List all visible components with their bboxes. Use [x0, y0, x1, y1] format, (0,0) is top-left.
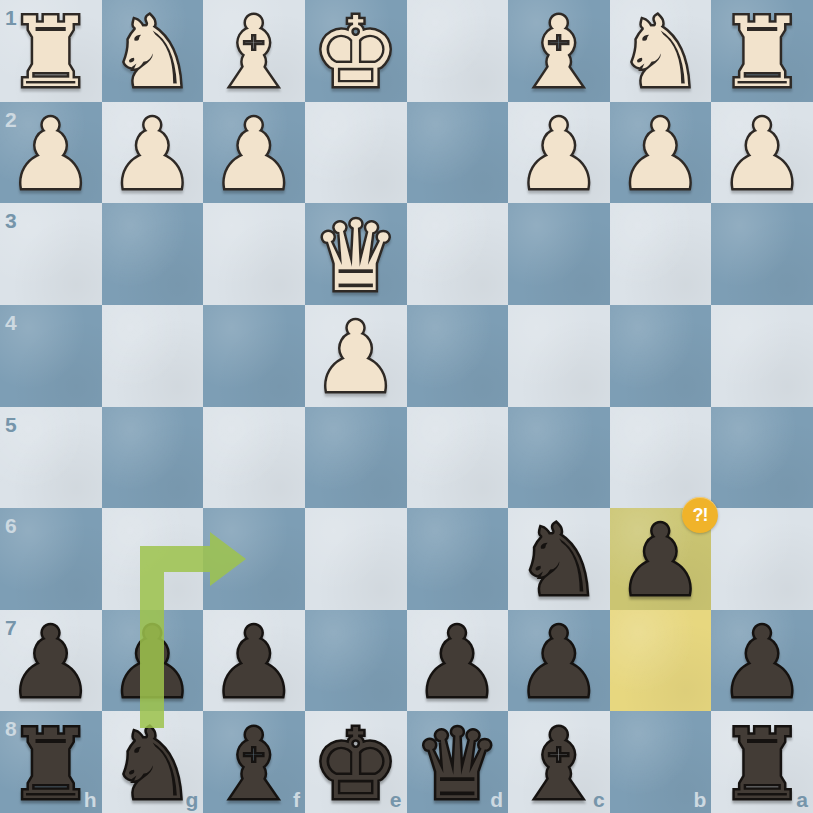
square-a2[interactable]: ♟ — [711, 102, 813, 204]
white-queen[interactable]: ♛ — [312, 204, 399, 305]
move-quality-badge: ?! — [682, 497, 718, 533]
square-e7[interactable] — [305, 610, 407, 712]
square-h5[interactable]: 5 — [0, 407, 102, 509]
white-pawn[interactable]: ♟ — [211, 102, 298, 203]
square-a5[interactable] — [711, 407, 813, 509]
square-g6[interactable] — [102, 508, 204, 610]
black-pawn[interactable]: ♟ — [109, 610, 196, 711]
black-knight[interactable]: ♞ — [515, 508, 602, 609]
black-pawn[interactable]: ♟ — [211, 610, 298, 711]
square-c3[interactable] — [508, 203, 610, 305]
square-a1[interactable]: ♜ — [711, 0, 813, 102]
black-bishop[interactable]: ♝ — [211, 712, 298, 813]
square-e8[interactable]: e♚ — [305, 711, 407, 813]
black-bishop[interactable]: ♝ — [515, 712, 602, 813]
chess-board-screenshot: 1♜♞♝♚♝♞♜2♟♟♟♟♟♟3♛4♟56♞♟7♟♟♟♟♟♟8h♜g♞f♝e♚d… — [0, 0, 813, 813]
chess-board: 1♜♞♝♚♝♞♜2♟♟♟♟♟♟3♛4♟56♞♟7♟♟♟♟♟♟8h♜g♞f♝e♚d… — [0, 0, 813, 813]
square-c8[interactable]: c♝ — [508, 711, 610, 813]
square-h6[interactable]: 6 — [0, 508, 102, 610]
square-g4[interactable] — [102, 305, 204, 407]
square-h3[interactable]: 3 — [0, 203, 102, 305]
black-queen[interactable]: ♛ — [414, 712, 501, 813]
square-c1[interactable]: ♝ — [508, 0, 610, 102]
black-pawn[interactable]: ♟ — [7, 610, 94, 711]
square-a8[interactable]: a♜ — [711, 711, 813, 813]
square-d7[interactable]: ♟ — [407, 610, 509, 712]
square-e6[interactable] — [305, 508, 407, 610]
white-king[interactable]: ♚ — [312, 0, 399, 101]
black-rook[interactable]: ♜ — [7, 712, 94, 813]
white-rook[interactable]: ♜ — [719, 0, 806, 101]
rank-label-5: 5 — [5, 414, 17, 435]
square-h8[interactable]: 8h♜ — [0, 711, 102, 813]
black-pawn[interactable]: ♟ — [414, 610, 501, 711]
square-f8[interactable]: f♝ — [203, 711, 305, 813]
rank-label-3: 3 — [5, 210, 17, 231]
square-b4[interactable] — [610, 305, 712, 407]
square-g5[interactable] — [102, 407, 204, 509]
white-pawn[interactable]: ♟ — [312, 305, 399, 406]
square-f5[interactable] — [203, 407, 305, 509]
square-a3[interactable] — [711, 203, 813, 305]
white-pawn[interactable]: ♟ — [719, 102, 806, 203]
white-pawn[interactable]: ♟ — [515, 102, 602, 203]
square-d3[interactable] — [407, 203, 509, 305]
square-a6[interactable] — [711, 508, 813, 610]
square-b3[interactable] — [610, 203, 712, 305]
square-b5[interactable] — [610, 407, 712, 509]
white-rook[interactable]: ♜ — [7, 0, 94, 101]
square-d1[interactable] — [407, 0, 509, 102]
square-d4[interactable] — [407, 305, 509, 407]
square-h4[interactable]: 4 — [0, 305, 102, 407]
square-d6[interactable] — [407, 508, 509, 610]
square-a4[interactable] — [711, 305, 813, 407]
square-h7[interactable]: 7♟ — [0, 610, 102, 712]
square-g7[interactable]: ♟ — [102, 610, 204, 712]
square-f4[interactable] — [203, 305, 305, 407]
black-pawn[interactable]: ♟ — [515, 610, 602, 711]
square-c7[interactable]: ♟ — [508, 610, 610, 712]
square-d2[interactable] — [407, 102, 509, 204]
square-f2[interactable]: ♟ — [203, 102, 305, 204]
square-e3[interactable]: ♛ — [305, 203, 407, 305]
square-c4[interactable] — [508, 305, 610, 407]
square-f6[interactable] — [203, 508, 305, 610]
white-pawn[interactable]: ♟ — [617, 102, 704, 203]
rank-label-4: 4 — [5, 312, 17, 333]
file-label-b: b — [694, 789, 707, 810]
black-king[interactable]: ♚ — [312, 712, 399, 813]
square-b7[interactable] — [610, 610, 712, 712]
square-c6[interactable]: ♞ — [508, 508, 610, 610]
white-knight[interactable]: ♞ — [109, 0, 196, 101]
square-f3[interactable] — [203, 203, 305, 305]
square-h1[interactable]: 1♜ — [0, 0, 102, 102]
square-d5[interactable] — [407, 407, 509, 509]
square-b2[interactable]: ♟ — [610, 102, 712, 204]
square-e2[interactable] — [305, 102, 407, 204]
square-h2[interactable]: 2♟ — [0, 102, 102, 204]
square-e5[interactable] — [305, 407, 407, 509]
black-rook[interactable]: ♜ — [719, 712, 806, 813]
square-g1[interactable]: ♞ — [102, 0, 204, 102]
square-g2[interactable]: ♟ — [102, 102, 204, 204]
rank-label-6: 6 — [5, 515, 17, 536]
square-g8[interactable]: g♞ — [102, 711, 204, 813]
white-bishop[interactable]: ♝ — [515, 0, 602, 101]
square-b1[interactable]: ♞ — [610, 0, 712, 102]
square-a7[interactable]: ♟ — [711, 610, 813, 712]
square-b8[interactable]: b — [610, 711, 712, 813]
square-c2[interactable]: ♟ — [508, 102, 610, 204]
white-bishop[interactable]: ♝ — [211, 0, 298, 101]
square-g3[interactable] — [102, 203, 204, 305]
black-knight[interactable]: ♞ — [109, 712, 196, 813]
square-f1[interactable]: ♝ — [203, 0, 305, 102]
square-d8[interactable]: d♛ — [407, 711, 509, 813]
square-e4[interactable]: ♟ — [305, 305, 407, 407]
white-pawn[interactable]: ♟ — [109, 102, 196, 203]
square-f7[interactable]: ♟ — [203, 610, 305, 712]
white-knight[interactable]: ♞ — [617, 0, 704, 101]
square-e1[interactable]: ♚ — [305, 0, 407, 102]
square-c5[interactable] — [508, 407, 610, 509]
white-pawn[interactable]: ♟ — [7, 102, 94, 203]
black-pawn[interactable]: ♟ — [719, 610, 806, 711]
